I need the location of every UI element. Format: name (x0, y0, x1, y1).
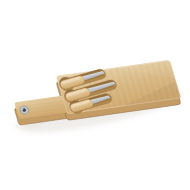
cheese-board-scene (0, 0, 190, 190)
product-photo (0, 0, 190, 190)
